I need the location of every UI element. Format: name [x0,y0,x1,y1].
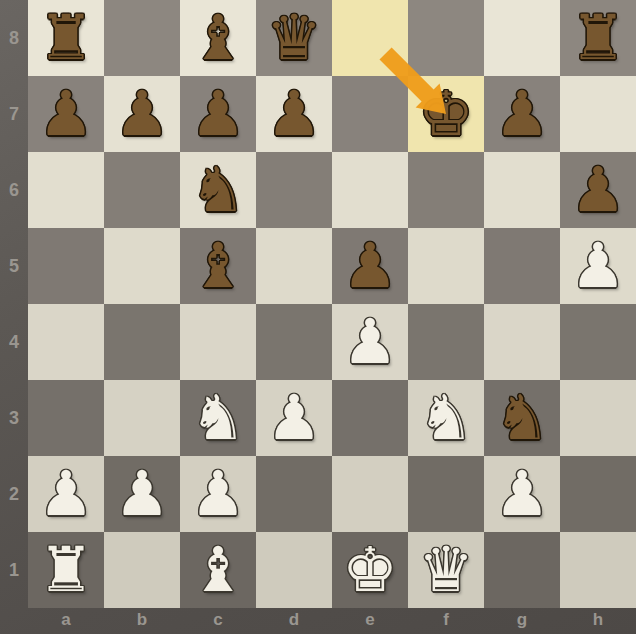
square-c3[interactable]: ♞ [180,380,256,456]
piece-white-pawn[interactable]: ♟ [104,456,180,532]
square-g4[interactable] [484,304,560,380]
piece-black-bishop[interactable]: ♝ [180,0,256,76]
rank-label-2: 2 [0,456,28,532]
rank-label-5: 5 [0,228,28,304]
piece-black-pawn[interactable]: ♟ [104,76,180,152]
square-e5[interactable]: ♟ [332,228,408,304]
square-b8[interactable] [104,0,180,76]
square-g6[interactable] [484,152,560,228]
chess-board: ♜♝♛♜♟♟♟♟♚♟♞♟♝♟♟♟♞♟♞♞♟♟♟♟♜♝♚♛ [28,0,636,608]
square-c7[interactable]: ♟ [180,76,256,152]
file-label-b: b [104,608,180,634]
square-d6[interactable] [256,152,332,228]
square-h8[interactable]: ♜ [560,0,636,76]
file-label-e: e [332,608,408,634]
square-a4[interactable] [28,304,104,380]
square-d2[interactable] [256,456,332,532]
square-a6[interactable] [28,152,104,228]
square-c6[interactable]: ♞ [180,152,256,228]
square-c4[interactable] [180,304,256,380]
file-label-d: d [256,608,332,634]
square-b2[interactable]: ♟ [104,456,180,532]
piece-black-pawn[interactable]: ♟ [180,76,256,152]
piece-black-rook[interactable]: ♜ [560,0,636,76]
rank-label-1: 1 [0,532,28,608]
square-e7[interactable] [332,76,408,152]
piece-black-rook[interactable]: ♜ [28,0,104,76]
piece-white-knight[interactable]: ♞ [180,380,256,456]
square-b1[interactable] [104,532,180,608]
rank-label-8: 8 [0,0,28,76]
square-b5[interactable] [104,228,180,304]
square-b6[interactable] [104,152,180,228]
square-d5[interactable] [256,228,332,304]
piece-white-bishop[interactable]: ♝ [180,532,256,608]
square-d7[interactable]: ♟ [256,76,332,152]
square-h3[interactable] [560,380,636,456]
square-f8[interactable] [408,0,484,76]
file-label-c: c [180,608,256,634]
square-h2[interactable] [560,456,636,532]
square-e1[interactable]: ♚ [332,532,408,608]
rank-label-4: 4 [0,304,28,380]
square-f7[interactable]: ♚ [408,76,484,152]
square-c5[interactable]: ♝ [180,228,256,304]
rank-labels: 87654321 [0,0,28,608]
square-g2[interactable]: ♟ [484,456,560,532]
piece-white-knight[interactable]: ♞ [408,380,484,456]
square-h4[interactable] [560,304,636,380]
piece-white-pawn[interactable]: ♟ [180,456,256,532]
piece-black-queen[interactable]: ♛ [256,0,332,76]
square-e4[interactable]: ♟ [332,304,408,380]
piece-white-pawn[interactable]: ♟ [256,380,332,456]
square-b3[interactable] [104,380,180,456]
file-label-h: h [560,608,636,634]
piece-white-queen[interactable]: ♛ [408,532,484,608]
square-g7[interactable]: ♟ [484,76,560,152]
piece-black-bishop[interactable]: ♝ [180,228,256,304]
rank-label-3: 3 [0,380,28,456]
rank-label-6: 6 [0,152,28,228]
square-a2[interactable]: ♟ [28,456,104,532]
piece-black-pawn[interactable]: ♟ [484,76,560,152]
square-f4[interactable] [408,304,484,380]
piece-black-pawn[interactable]: ♟ [332,228,408,304]
piece-black-king[interactable]: ♚ [408,76,484,152]
square-g5[interactable] [484,228,560,304]
square-e8[interactable] [332,0,408,76]
piece-white-rook[interactable]: ♜ [28,532,104,608]
chess-app: 87654321 ♜♝♛♜♟♟♟♟♚♟♞♟♝♟♟♟♞♟♞♞♟♟♟♟♜♝♚♛ ab… [0,0,636,634]
square-d8[interactable]: ♛ [256,0,332,76]
square-c8[interactable]: ♝ [180,0,256,76]
file-label-g: g [484,608,560,634]
piece-black-pawn[interactable]: ♟ [560,152,636,228]
square-b4[interactable] [104,304,180,380]
piece-white-pawn[interactable]: ♟ [332,304,408,380]
square-a1[interactable]: ♜ [28,532,104,608]
file-label-f: f [408,608,484,634]
square-e3[interactable] [332,380,408,456]
file-label-a: a [28,608,104,634]
piece-black-pawn[interactable]: ♟ [28,76,104,152]
rank-label-7: 7 [0,76,28,152]
square-d4[interactable] [256,304,332,380]
square-h7[interactable] [560,76,636,152]
square-g3[interactable]: ♞ [484,380,560,456]
square-c1[interactable]: ♝ [180,532,256,608]
square-f2[interactable] [408,456,484,532]
piece-black-pawn[interactable]: ♟ [256,76,332,152]
square-e6[interactable] [332,152,408,228]
piece-black-knight[interactable]: ♞ [180,152,256,228]
square-d3[interactable]: ♟ [256,380,332,456]
square-b7[interactable]: ♟ [104,76,180,152]
piece-black-knight[interactable]: ♞ [484,380,560,456]
square-c2[interactable]: ♟ [180,456,256,532]
square-g8[interactable] [484,0,560,76]
square-a3[interactable] [28,380,104,456]
square-f1[interactable]: ♛ [408,532,484,608]
file-labels: abcdefgh [28,608,636,634]
square-h1[interactable] [560,532,636,608]
square-f6[interactable] [408,152,484,228]
square-d1[interactable] [256,532,332,608]
square-a7[interactable]: ♟ [28,76,104,152]
square-g1[interactable] [484,532,560,608]
square-e2[interactable] [332,456,408,532]
square-h6[interactable]: ♟ [560,152,636,228]
square-f5[interactable] [408,228,484,304]
piece-white-pawn[interactable]: ♟ [484,456,560,532]
square-a5[interactable] [28,228,104,304]
piece-white-pawn[interactable]: ♟ [560,228,636,304]
piece-white-pawn[interactable]: ♟ [28,456,104,532]
square-h5[interactable]: ♟ [560,228,636,304]
square-f3[interactable]: ♞ [408,380,484,456]
piece-white-king[interactable]: ♚ [332,532,408,608]
square-a8[interactable]: ♜ [28,0,104,76]
